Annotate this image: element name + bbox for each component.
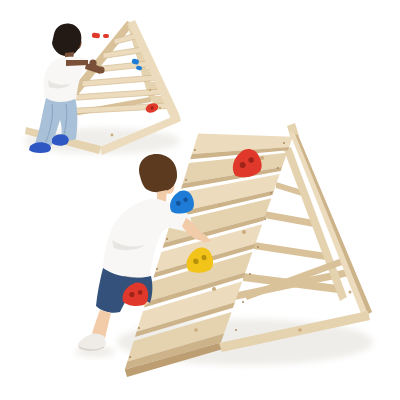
ladder-rung [82, 75, 156, 87]
red-hold-peek [92, 32, 101, 38]
child1-hair [52, 23, 81, 56]
product-photo [0, 0, 400, 400]
child1-hand [89, 59, 96, 66]
child1-hand [97, 66, 104, 73]
ladder-rung [254, 242, 326, 260]
red-hold-peek [103, 34, 109, 38]
child1-left-arm [66, 60, 88, 66]
scene-back-view [24, 20, 181, 155]
child2-hair [139, 154, 177, 193]
ladder-rung [264, 211, 314, 227]
scene-front-view [75, 123, 373, 377]
